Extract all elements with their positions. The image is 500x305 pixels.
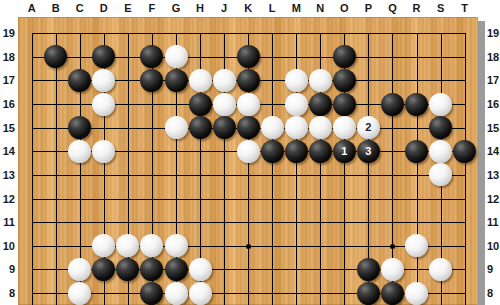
stone-white-J16[interactable] <box>213 93 236 116</box>
stone-white-H9[interactable] <box>189 258 212 281</box>
stone-black-T14[interactable] <box>453 140 476 163</box>
row-label-left-13: 13 <box>0 169 15 181</box>
column-label-E: E <box>119 2 137 14</box>
row-label-left-16: 16 <box>0 98 15 110</box>
stone-black-J15[interactable] <box>213 116 236 139</box>
row-label-right-16: 16 <box>487 98 500 110</box>
stone-white-M15[interactable] <box>285 116 308 139</box>
stone-black-R14[interactable] <box>405 140 428 163</box>
stone-white-C8[interactable] <box>68 282 91 305</box>
stone-white-N15[interactable] <box>309 116 332 139</box>
move-number-2: 2 <box>365 122 371 133</box>
row-label-left-10: 10 <box>0 240 15 252</box>
stone-white-C14[interactable] <box>68 140 91 163</box>
stone-white-S14[interactable] <box>429 140 452 163</box>
column-label-B: B <box>47 2 65 14</box>
row-label-left-17: 17 <box>0 74 15 86</box>
row-label-right-10: 10 <box>487 240 500 252</box>
stone-white-H17[interactable] <box>189 69 212 92</box>
column-label-T: T <box>456 2 474 14</box>
grid-line-col-L <box>272 33 273 305</box>
stone-black-H16[interactable] <box>189 93 212 116</box>
stone-black-M14[interactable] <box>285 140 308 163</box>
stone-white-M17[interactable] <box>285 69 308 92</box>
stone-white-S16[interactable] <box>429 93 452 116</box>
column-label-K: K <box>239 2 257 14</box>
column-label-D: D <box>95 2 113 14</box>
row-label-right-8: 8 <box>487 287 500 299</box>
grid-line-col-R <box>417 33 418 305</box>
column-label-C: C <box>71 2 89 14</box>
stone-black-O17[interactable] <box>333 69 356 92</box>
column-label-M: M <box>287 2 305 14</box>
row-label-left-14: 14 <box>0 145 15 157</box>
move-number-1: 1 <box>341 146 347 157</box>
row-label-right-15: 15 <box>487 122 500 134</box>
column-label-R: R <box>408 2 426 14</box>
stone-black-P8[interactable] <box>357 282 380 305</box>
row-label-left-15: 15 <box>0 122 15 134</box>
column-label-J: J <box>215 2 233 14</box>
row-label-left-18: 18 <box>0 51 15 63</box>
stone-black-P14[interactable]: 3 <box>357 140 380 163</box>
row-label-right-14: 14 <box>487 145 500 157</box>
stone-black-O18[interactable] <box>333 45 356 68</box>
stone-white-G18[interactable] <box>165 45 188 68</box>
stone-white-K14[interactable] <box>237 140 260 163</box>
grid-line-row-12 <box>32 199 466 200</box>
stone-white-G15[interactable] <box>165 116 188 139</box>
column-label-P: P <box>359 2 377 14</box>
row-label-right-19: 19 <box>487 27 500 39</box>
stone-white-S9[interactable] <box>429 258 452 281</box>
row-label-left-11: 11 <box>0 216 15 228</box>
board-shadow <box>478 21 485 305</box>
stone-black-G17[interactable] <box>165 69 188 92</box>
go-board-diagram: ABCDEFGHJKLMNOPQRST191918181717161615151… <box>0 0 500 305</box>
row-label-right-9: 9 <box>487 263 500 275</box>
stone-white-D16[interactable] <box>92 93 115 116</box>
grid-line-col-B <box>56 33 57 305</box>
row-label-right-18: 18 <box>487 51 500 63</box>
column-label-Q: Q <box>383 2 401 14</box>
stone-black-Q8[interactable] <box>381 282 404 305</box>
grid-line-row-11 <box>32 222 466 223</box>
stone-black-R16[interactable] <box>405 93 428 116</box>
stone-black-O16[interactable] <box>333 93 356 116</box>
stone-black-K17[interactable] <box>237 69 260 92</box>
stone-black-K15[interactable] <box>237 116 260 139</box>
stone-black-H15[interactable] <box>189 116 212 139</box>
stone-black-O14[interactable]: 1 <box>333 140 356 163</box>
stone-white-K16[interactable] <box>237 93 260 116</box>
stone-white-H8[interactable] <box>189 282 212 305</box>
stone-black-G9[interactable] <box>165 258 188 281</box>
grid-line-row-19 <box>32 33 466 34</box>
row-label-right-11: 11 <box>487 216 500 228</box>
stone-black-Q16[interactable] <box>381 93 404 116</box>
column-label-H: H <box>191 2 209 14</box>
stone-white-Q9[interactable] <box>381 258 404 281</box>
stone-black-K18[interactable] <box>237 45 260 68</box>
stone-white-R8[interactable] <box>405 282 428 305</box>
row-label-right-17: 17 <box>487 74 500 86</box>
stone-black-P9[interactable] <box>357 258 380 281</box>
row-label-right-13: 13 <box>487 169 500 181</box>
grid-line-row-13 <box>32 175 466 176</box>
row-label-left-9: 9 <box>0 263 15 275</box>
column-label-F: F <box>143 2 161 14</box>
column-label-S: S <box>432 2 450 14</box>
star-point-K10 <box>246 244 251 249</box>
column-label-G: G <box>167 2 185 14</box>
column-label-O: O <box>335 2 353 14</box>
column-label-N: N <box>311 2 329 14</box>
stone-black-L14[interactable] <box>261 140 284 163</box>
row-label-left-8: 8 <box>0 287 15 299</box>
row-label-right-12: 12 <box>487 193 500 205</box>
stone-black-N16[interactable] <box>309 93 332 116</box>
stone-white-O15[interactable] <box>333 116 356 139</box>
column-label-A: A <box>23 2 41 14</box>
grid-line-col-T <box>465 33 466 305</box>
stone-white-N17[interactable] <box>309 69 332 92</box>
grid-line-col-A <box>32 33 33 305</box>
stone-white-L15[interactable] <box>261 116 284 139</box>
stone-white-P15[interactable]: 2 <box>357 116 380 139</box>
stone-black-F8[interactable] <box>140 282 163 305</box>
stone-black-N14[interactable] <box>309 140 332 163</box>
stone-white-G10[interactable] <box>165 234 188 257</box>
column-label-L: L <box>263 2 281 14</box>
row-label-left-19: 19 <box>0 27 15 39</box>
stone-white-J17[interactable] <box>213 69 236 92</box>
stone-white-D14[interactable] <box>92 140 115 163</box>
stone-white-M16[interactable] <box>285 93 308 116</box>
move-number-3: 3 <box>365 146 371 157</box>
stone-white-G8[interactable] <box>165 282 188 305</box>
row-label-left-12: 12 <box>0 193 15 205</box>
